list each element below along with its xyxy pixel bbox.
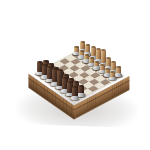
white-pawn-piece: ♙ [110,71,115,80]
chess-set-photo: ♜♞♝♛♚♝♞♜♟♟♟♟♟♟♟♟♙♙♙♙♙♙♙♙♖♘♗♕♔♗♘♖ [0,0,150,150]
piece-metal-base [71,96,79,100]
white-rook-piece: ♖ [116,66,121,77]
piece-metal-base [109,77,116,81]
black-pawn-piece: ♟ [78,85,84,97]
piece-wood-body [72,86,78,97]
black-rook-piece: ♜ [72,86,78,100]
piece-metal-base [115,73,122,77]
